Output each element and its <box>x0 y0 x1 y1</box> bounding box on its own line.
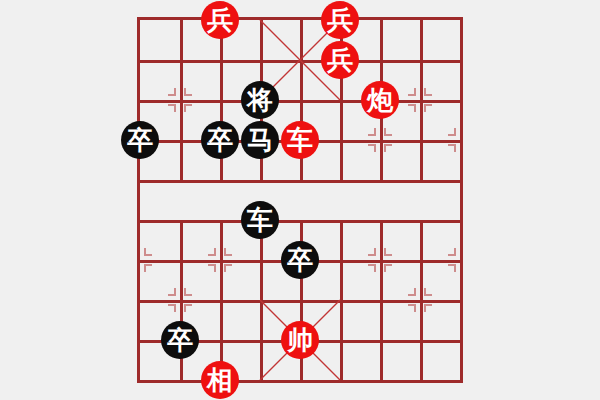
black-soldier[interactable]: 卒 <box>161 321 199 359</box>
red-chariot[interactable]: 车 <box>281 121 319 159</box>
red-soldier[interactable]: 兵 <box>201 1 239 39</box>
board-cell <box>380 220 420 260</box>
board-cell <box>420 100 460 140</box>
black-soldier[interactable]: 卒 <box>121 121 159 159</box>
board-cell <box>380 140 420 180</box>
board-cell <box>140 60 180 100</box>
board-cell <box>180 260 220 300</box>
black-general[interactable]: 将 <box>241 81 279 119</box>
board-cell <box>180 60 220 100</box>
black-chariot[interactable]: 车 <box>241 201 279 239</box>
board-cell <box>380 340 420 380</box>
board-cell <box>220 260 260 300</box>
river-cell <box>140 180 180 220</box>
river-cell <box>300 180 340 220</box>
red-soldier[interactable]: 兵 <box>321 1 359 39</box>
board-cell <box>260 20 300 60</box>
board-cell <box>140 20 180 60</box>
board-cell <box>380 20 420 60</box>
board-cell <box>340 220 380 260</box>
red-general[interactable]: 帅 <box>281 321 319 359</box>
river-cell <box>420 180 460 220</box>
board-cell <box>140 260 180 300</box>
board-cell <box>420 60 460 100</box>
board-cell <box>420 300 460 340</box>
board-cell <box>140 220 180 260</box>
xiangqi-diagram: 兵兵兵将炮卒卒马车车卒卒帅相 <box>0 0 600 400</box>
board-cell <box>180 220 220 260</box>
red-elephant[interactable]: 相 <box>201 361 239 399</box>
board-cell <box>340 260 380 300</box>
board-cell <box>380 260 420 300</box>
river-cell <box>380 180 420 220</box>
red-cannon[interactable]: 炮 <box>361 81 399 119</box>
board-cell <box>420 220 460 260</box>
board-cell <box>380 300 420 340</box>
board-cell <box>420 140 460 180</box>
board-cell <box>420 260 460 300</box>
board-cell <box>420 20 460 60</box>
board-cell <box>340 300 380 340</box>
board-cell <box>340 140 380 180</box>
black-horse[interactable]: 马 <box>241 121 279 159</box>
board-cell <box>420 340 460 380</box>
river-cell <box>180 180 220 220</box>
red-soldier[interactable]: 兵 <box>321 41 359 79</box>
black-soldier[interactable]: 卒 <box>281 241 319 279</box>
board-cell <box>220 300 260 340</box>
board-cell <box>340 340 380 380</box>
river-cell <box>340 180 380 220</box>
black-soldier[interactable]: 卒 <box>201 121 239 159</box>
